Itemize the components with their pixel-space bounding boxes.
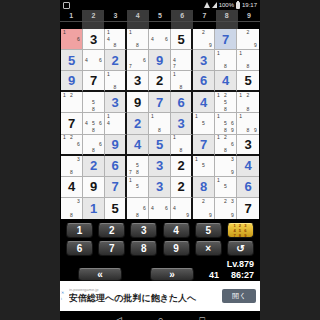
given-digit: 3 xyxy=(244,138,251,151)
pencil-marks: 126 xyxy=(61,135,82,154)
pencil-mark-slot xyxy=(229,50,236,57)
pencil-marks: 15 xyxy=(193,113,214,133)
pencil-mark-slot xyxy=(127,190,134,197)
pencil-mark-slot xyxy=(97,147,104,153)
user-digit: 9 xyxy=(68,74,75,87)
pencil-mark-slot: 8 xyxy=(222,64,229,71)
pencil-mark-slot xyxy=(215,99,222,106)
pencil-marks: 29 xyxy=(193,29,214,49)
pencil-mark-slot: 6 xyxy=(97,120,104,127)
pencil-mark-slot xyxy=(163,198,170,205)
pencil-mark-slot xyxy=(171,198,178,205)
pencil-mark-slot xyxy=(127,183,134,190)
pencil-mark-slot xyxy=(156,212,163,219)
pencil-mark-slot xyxy=(75,212,82,219)
digit-key-4[interactable]: 4 xyxy=(163,223,190,238)
cell-r1c8[interactable]: 7 xyxy=(215,29,237,50)
clear-key[interactable]: × xyxy=(195,241,222,256)
pencil-mark-slot: 1 xyxy=(149,113,156,120)
cell-r5c3[interactable]: 14 xyxy=(105,113,127,134)
cell-r9c4[interactable]: 68 xyxy=(127,198,149,219)
cell-r3c1[interactable]: 9 xyxy=(61,71,83,92)
pencil-mark-slot xyxy=(215,120,222,127)
pencil-mark-slot xyxy=(244,99,251,106)
pencil-mark-slot xyxy=(118,127,125,134)
given-digit: 9 xyxy=(134,96,141,109)
cell-r3c2[interactable]: 7 xyxy=(83,71,105,92)
user-digit: 6 xyxy=(244,180,251,193)
digit-key-2[interactable]: 2 xyxy=(98,223,125,238)
cell-r9c6[interactable]: 49 xyxy=(171,198,193,219)
pencil-mark-slot xyxy=(134,205,141,212)
cell-r2c1[interactable]: 5 xyxy=(61,50,83,71)
pencil-mark-slot xyxy=(61,169,68,176)
pencil-mark-slot: 5 xyxy=(134,183,141,190)
clock: 19:17 xyxy=(242,2,257,8)
pencil-mark-slot xyxy=(184,147,191,153)
pencil-mark-slot: 8 xyxy=(112,42,119,49)
pencil-mark-slot: 4 xyxy=(83,120,90,127)
recents-icon[interactable]: □ xyxy=(199,315,204,320)
cell-r3c6[interactable]: 18 xyxy=(171,71,193,92)
cell-r6c9[interactable]: 3 xyxy=(237,135,259,156)
pencil-mark-slot xyxy=(229,147,236,153)
cell-r1c4[interactable]: 18 xyxy=(127,29,149,50)
cell-r9c2[interactable]: 1 xyxy=(83,198,105,219)
digit-key-5[interactable]: 5 xyxy=(195,223,222,238)
pencil-mark-slot xyxy=(118,36,125,43)
cell-r4c2[interactable]: 58 xyxy=(83,92,105,113)
pencil-mark-slot xyxy=(61,162,68,169)
pencil-mark-slot xyxy=(215,64,222,71)
cell-r9c1[interactable]: 38 xyxy=(61,198,83,219)
cell-r8c4[interactable]: 15 xyxy=(127,177,149,198)
cell-r1c7[interactable]: 29 xyxy=(193,29,215,50)
cell-r5c9[interactable]: 189 xyxy=(237,113,259,134)
cell-r2c6[interactable]: 47 xyxy=(171,50,193,71)
user-digit: 3 xyxy=(111,96,118,109)
digit-key-6[interactable]: 6 xyxy=(66,241,93,256)
cell-r7c2[interactable]: 2 xyxy=(83,156,105,177)
pencil-mark-slot: 1 xyxy=(61,92,68,99)
pencil-mark-slot: 7 xyxy=(127,169,134,176)
cell-r7c8[interactable]: 39 xyxy=(215,156,237,177)
pencil-mark-slot: 9 xyxy=(207,212,214,219)
cell-r5c7[interactable]: 15 xyxy=(193,113,215,134)
cell-r2c2[interactable]: 46 xyxy=(83,50,105,71)
pencil-mark-slot xyxy=(68,99,75,106)
hud: Lv.879 41 86:27 xyxy=(194,259,254,281)
cell-r2c7[interactable]: 3 xyxy=(193,50,215,71)
pencil-mark-slot xyxy=(163,113,170,120)
pencil-mark-slot: 3 xyxy=(229,156,236,163)
cell-r3c8[interactable]: 4 xyxy=(215,71,237,92)
cell-r6c6[interactable]: 18 xyxy=(171,135,193,156)
cell-r5c8[interactable]: 15689 xyxy=(215,113,237,134)
cell-r9c3[interactable]: 5 xyxy=(105,198,127,219)
pencil-mark-slot: 4 xyxy=(83,57,90,64)
cell-r7c1[interactable]: 38 xyxy=(61,156,83,177)
cell-r8c9[interactable]: 6 xyxy=(237,177,259,198)
pencil-mark-slot: 5 xyxy=(200,162,207,169)
pencil-mark-slot: 9 xyxy=(252,42,259,49)
pencil-mark-slot xyxy=(229,92,236,99)
keypad: 123451 2 34 5 67 8 9 6789×↺ « » Lv.879 4… xyxy=(60,219,260,281)
pencil-mark-slot: 6 xyxy=(141,205,148,212)
battery-percent: 100% xyxy=(219,2,234,8)
given-digit: 5 xyxy=(111,202,118,215)
pencil-mark-slot: 8 xyxy=(244,106,251,113)
pencil-mark-slot xyxy=(149,212,156,219)
cell-r4c3[interactable]: 3 xyxy=(105,92,127,113)
cell-r7c5[interactable]: 3 xyxy=(149,156,171,177)
pencil-mark-slot xyxy=(134,64,141,71)
user-digit: 4 xyxy=(244,159,251,172)
cell-r2c5[interactable]: 9 xyxy=(149,50,171,71)
pencil-mark-slot xyxy=(207,162,214,169)
pencil-marks: 1268 xyxy=(215,135,236,154)
cell-r8c3[interactable]: 7 xyxy=(105,177,127,198)
pencil-mark-slot: 1 xyxy=(193,156,200,163)
pencil-mark-slot: 1 xyxy=(127,177,134,184)
pencil-marks: 15 xyxy=(215,177,236,197)
cell-r2c9[interactable]: 18 xyxy=(237,50,259,71)
pencil-mark-slot: 5 xyxy=(222,99,229,106)
digit-key-9[interactable]: 9 xyxy=(163,241,190,256)
pencil-mark-slot xyxy=(244,50,251,57)
cell-r4c4[interactable]: 9 xyxy=(127,92,149,113)
ruler-col-7: 7 xyxy=(193,10,215,29)
pencil-mark-slot xyxy=(75,162,82,169)
pencil-mark-slot: 1 xyxy=(237,50,244,57)
pencil-mark-slot xyxy=(178,205,185,212)
ad-open-button[interactable]: 開く xyxy=(222,289,256,303)
pencil-mark-slot: 8 xyxy=(244,64,251,71)
cell-r4c1[interactable]: 12 xyxy=(61,92,83,113)
pencil-mark-slot: 5 xyxy=(222,183,229,190)
pencil-mark-slot: 5 xyxy=(222,120,229,127)
cell-r7c4[interactable]: 578 xyxy=(127,156,149,177)
pencil-mark-slot xyxy=(61,147,68,153)
cell-r1c6[interactable]: 5 xyxy=(171,29,193,50)
pencil-mark-slot xyxy=(105,84,112,90)
cell-r1c5[interactable]: 46 xyxy=(149,29,171,50)
user-digit: 4 xyxy=(222,74,229,87)
status-bar: 100% 19:17 xyxy=(60,0,260,10)
pencil-mark-slot xyxy=(141,198,148,205)
pencil-marks: 67 xyxy=(127,50,148,70)
cell-r3c5[interactable]: 2 xyxy=(149,71,171,92)
given-digit: 3 xyxy=(134,74,141,87)
cell-r3c7[interactable]: 6 xyxy=(193,71,215,92)
pencil-marks: 18 xyxy=(105,71,125,90)
cell-r2c4[interactable]: 67 xyxy=(127,50,149,71)
pencil-mark-slot xyxy=(193,36,200,43)
given-digit: 9 xyxy=(90,180,97,193)
pencil-mark-slot: 1 xyxy=(61,29,68,36)
ruler-col-6: 6 xyxy=(171,10,193,29)
pencil-mark-slot: 1 xyxy=(215,177,222,184)
pencil-mark-slot xyxy=(68,156,75,163)
pencil-mark-slot xyxy=(61,99,68,106)
cell-r4c9[interactable]: 128 xyxy=(237,92,259,113)
cell-r4c6[interactable]: 6 xyxy=(171,92,193,113)
pencil-marks: 18 xyxy=(127,29,148,49)
digit-key-8[interactable]: 8 xyxy=(130,241,157,256)
cell-r1c3[interactable]: 148 xyxy=(105,29,127,50)
pencil-mark-slot xyxy=(127,42,134,49)
prev-button[interactable]: « xyxy=(78,268,122,281)
cell-r4c7[interactable]: 4 xyxy=(193,92,215,113)
pencil-mark-slot: 2 xyxy=(222,198,229,205)
pencil-mark-slot xyxy=(68,147,75,153)
pencil-mark-slot xyxy=(163,212,170,219)
pencil-marks: 49 xyxy=(171,198,191,219)
pencil-mark-slot xyxy=(252,64,259,71)
pencil-mark-slot xyxy=(75,92,82,99)
pencil-mark-slot: 8 xyxy=(112,84,119,90)
pencil-mark-slot: 1 xyxy=(237,113,244,120)
cell-r8c2[interactable]: 9 xyxy=(83,177,105,198)
pencil-mark-slot xyxy=(127,205,134,212)
cell-r2c3[interactable]: 2 xyxy=(105,50,127,71)
cell-r5c2[interactable]: 4568 xyxy=(83,113,105,134)
pencil-mark-slot: 8 xyxy=(90,127,97,134)
pencil-mark-slot xyxy=(237,106,244,113)
pencil-mark-slot xyxy=(83,147,90,153)
pencil-mark-slot: 8 xyxy=(222,106,229,113)
pencil-mark-slot xyxy=(193,127,200,134)
cell-r1c1[interactable]: 16 xyxy=(61,29,83,50)
cell-r5c5[interactable]: 18 xyxy=(149,113,171,134)
cell-r4c8[interactable]: 1258 xyxy=(215,92,237,113)
pencil-mark-slot xyxy=(75,29,82,36)
pencil-mark-slot xyxy=(134,57,141,64)
pencil-mark-slot xyxy=(215,57,222,64)
given-digit: 5 xyxy=(177,33,184,46)
pencil-mark-slot: 1 xyxy=(193,113,200,120)
cell-r7c9[interactable]: 4 xyxy=(237,156,259,177)
pencil-mark-slot: 4 xyxy=(105,120,112,127)
cell-r1c9[interactable]: 29 xyxy=(237,29,259,50)
pencil-mark-slot xyxy=(222,50,229,57)
pencil-mark-slot xyxy=(215,156,222,163)
pencil-mark-slot: 8 xyxy=(244,127,251,134)
pencil-marks: 12 xyxy=(61,92,82,112)
cell-r6c1[interactable]: 126 xyxy=(61,135,83,156)
ruler-col-9: 9 xyxy=(238,10,260,29)
pencil-mark-slot xyxy=(141,64,148,71)
cell-r6c2[interactable]: 68 xyxy=(83,135,105,156)
pencil-mark-slot xyxy=(97,99,104,106)
pencil-mark-slot xyxy=(215,198,222,205)
digit-key-7[interactable]: 7 xyxy=(98,241,125,256)
pencil-mark-slot xyxy=(200,212,207,219)
cell-r9c7[interactable]: 29 xyxy=(193,198,215,219)
pencil-mark-slot xyxy=(207,120,214,127)
pencil-mark-slot xyxy=(207,169,214,176)
pencil-mark-slot: 2 xyxy=(244,29,251,36)
back-icon[interactable]: ◁ xyxy=(115,315,122,320)
pencil-mark-slot xyxy=(149,29,156,36)
pencil-mark-slot xyxy=(229,57,236,64)
pencil-mark-slot xyxy=(222,205,229,212)
pencil-marks: 58 xyxy=(83,92,104,112)
pencil-mark-slot xyxy=(97,50,104,57)
pencil-mark-slot xyxy=(68,106,75,113)
user-digit: 6 xyxy=(177,96,184,109)
cell-r9c8[interactable]: 239 xyxy=(215,198,237,219)
pencil-mark-slot xyxy=(193,198,200,205)
cell-r7c6[interactable]: 2 xyxy=(171,156,193,177)
pencil-mark-slot xyxy=(90,57,97,64)
pencil-mark-slot xyxy=(141,50,148,57)
cell-r6c4[interactable]: 4 xyxy=(127,135,149,156)
pencil-mark-slot xyxy=(184,84,191,90)
pencil-mark-slot: 8 xyxy=(222,147,229,153)
ruler-col-3: 3 xyxy=(104,10,126,29)
candidate-row: 7 8 9 xyxy=(233,233,247,238)
pencil-mark-slot: 6 xyxy=(163,36,170,43)
pencil-mark-slot xyxy=(83,127,90,134)
pencil-mark-slot xyxy=(244,120,251,127)
cell-r6c5[interactable]: 5 xyxy=(149,135,171,156)
pencil-mark-slot xyxy=(178,212,185,219)
pencil-mark-slot xyxy=(207,29,214,36)
user-digit: 3 xyxy=(156,180,163,193)
cell-r7c7[interactable]: 15 xyxy=(193,156,215,177)
pencil-mark-slot xyxy=(207,198,214,205)
pencil-mark-slot xyxy=(215,205,222,212)
pencil-mark-slot: 8 xyxy=(68,169,75,176)
cell-r1c2[interactable]: 3 xyxy=(83,29,105,50)
pencil-marks: 4568 xyxy=(83,113,104,133)
pencil-mark-slot: 8 xyxy=(134,42,141,49)
digit-key-3[interactable]: 3 xyxy=(130,223,157,238)
cell-r5c1[interactable]: 7 xyxy=(61,113,83,134)
cell-r8c5[interactable]: 3 xyxy=(149,177,171,198)
pencil-mark-slot xyxy=(156,113,163,120)
undo-key[interactable]: ↺ xyxy=(227,241,254,256)
cell-r3c4[interactable]: 3 xyxy=(127,71,149,92)
pencil-mark-slot xyxy=(200,205,207,212)
pencil-mark-slot: 1 xyxy=(215,113,222,120)
user-digit: 4 xyxy=(134,138,141,151)
ad-info-icon[interactable]: i xyxy=(61,296,64,301)
pencil-mark-slot xyxy=(222,190,229,197)
home-icon[interactable]: ○ xyxy=(158,315,163,320)
ad-choice-icons[interactable]: ✕i xyxy=(61,290,64,300)
pencil-mark-slot: 7 xyxy=(171,64,178,71)
pencil-mark-slot: 1 xyxy=(237,92,244,99)
pencil-mark-slot xyxy=(141,190,148,197)
cell-r6c8[interactable]: 1268 xyxy=(215,135,237,156)
digit-key-1[interactable]: 1 xyxy=(66,223,93,238)
cell-r7c3[interactable]: 6 xyxy=(105,156,127,177)
given-digit: 2 xyxy=(177,159,184,172)
cell-r8c8[interactable]: 15 xyxy=(215,177,237,198)
cell-r6c3[interactable]: 9 xyxy=(105,135,127,156)
pencil-mark-slot: 8 xyxy=(156,127,163,134)
pencil-mark-slot xyxy=(118,113,125,120)
pencil-marks: 189 xyxy=(237,113,259,133)
user-digit: 1 xyxy=(90,202,97,215)
pencil-mark-slot: 8 xyxy=(178,147,185,153)
pencil-mark-slot xyxy=(184,64,191,71)
ruler-col-2: 2 xyxy=(82,10,104,29)
pencil-marks: 38 xyxy=(61,198,82,219)
pencil-mark-slot xyxy=(237,57,244,64)
pencil-mark-slot: 8 xyxy=(178,84,185,90)
pencil-mark-slot xyxy=(141,156,148,163)
pencil-mark-slot xyxy=(118,29,125,36)
pencil-mark-slot: 4 xyxy=(149,205,156,212)
user-digit: 2 xyxy=(90,159,97,172)
cell-r8c1[interactable]: 4 xyxy=(61,177,83,198)
pencil-marks: 18 xyxy=(171,71,191,90)
pencil-marks: 15 xyxy=(127,177,148,197)
pencil-marks: 29 xyxy=(193,198,214,219)
pencil-mark-slot xyxy=(184,57,191,64)
pencil-mark-slot xyxy=(215,162,222,169)
next-button[interactable]: » xyxy=(150,268,194,281)
pencil-mark-slot: 9 xyxy=(229,169,236,176)
cell-r5c4[interactable]: 2 xyxy=(127,113,149,134)
pencil-mark-slot: 9 xyxy=(229,212,236,219)
user-digit: 5 xyxy=(68,54,75,67)
pencil-mark-slot xyxy=(68,36,75,43)
auto-candidates-button[interactable]: 1 2 34 5 67 8 9 xyxy=(227,223,254,238)
pencil-mark-slot: 6 xyxy=(163,205,170,212)
cell-r4c5[interactable]: 7 xyxy=(149,92,171,113)
given-digit: 2 xyxy=(156,74,163,87)
given-digit: 4 xyxy=(68,180,75,193)
pencil-mark-slot xyxy=(61,36,68,43)
cell-r3c9[interactable]: 5 xyxy=(237,71,259,92)
pencil-marks: 18 xyxy=(171,135,191,154)
ad-banner[interactable]: ✕i in.powergame.jp 安倍総理への批判に飽きた人へ 開く xyxy=(60,281,260,311)
pencil-mark-slot xyxy=(149,127,156,134)
cell-r9c9[interactable]: 7 xyxy=(237,198,259,219)
pencil-marks: 239 xyxy=(215,198,236,219)
pencil-mark-slot xyxy=(178,50,185,57)
pencil-mark-slot xyxy=(222,162,229,169)
pencil-mark-slot xyxy=(127,212,134,219)
cell-r3c3[interactable]: 18 xyxy=(105,71,127,92)
pencil-mark-slot xyxy=(215,169,222,176)
pencil-mark-slot: 8 xyxy=(90,106,97,113)
cell-r6c7[interactable]: 7 xyxy=(193,135,215,156)
pencil-mark-slot xyxy=(61,212,68,219)
cell-r9c5[interactable]: 46 xyxy=(149,198,171,219)
pencil-mark-slot xyxy=(178,198,185,205)
pencil-mark-slot: 4 xyxy=(149,36,156,43)
pencil-mark-slot: 5 xyxy=(90,120,97,127)
pencil-mark-slot: 8 xyxy=(134,212,141,219)
pencil-mark-slot: 1 xyxy=(105,29,112,36)
cell-r2c8[interactable]: 18 xyxy=(215,50,237,71)
pencil-mark-slot xyxy=(68,198,75,205)
pencil-mark-slot xyxy=(141,162,148,169)
cell-r5c6[interactable]: 3 xyxy=(171,113,193,134)
cell-r8c6[interactable]: 2 xyxy=(171,177,193,198)
cell-r8c7[interactable]: 8 xyxy=(193,177,215,198)
pencil-mark-slot xyxy=(134,198,141,205)
wifi-icon xyxy=(204,2,210,8)
pencil-mark-slot xyxy=(215,190,222,197)
pencil-mark-slot xyxy=(207,127,214,134)
pencil-mark-slot xyxy=(244,113,251,120)
